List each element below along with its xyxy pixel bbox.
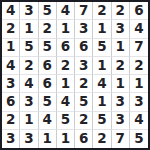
cell-r7c2[interactable]: 1 bbox=[20, 112, 38, 130]
cell-r5c4[interactable]: 1 bbox=[57, 75, 75, 93]
cell-r7c4[interactable]: 5 bbox=[57, 112, 75, 130]
cell-r4c6[interactable]: 1 bbox=[93, 57, 111, 75]
cell-r6c7[interactable]: 3 bbox=[112, 93, 130, 111]
cell-r2c7[interactable]: 3 bbox=[112, 20, 130, 38]
cell-r7c6[interactable]: 5 bbox=[93, 112, 111, 130]
cell-r1c3[interactable]: 5 bbox=[39, 2, 57, 20]
cell-r2c3[interactable]: 2 bbox=[39, 20, 57, 38]
cell-r5c6[interactable]: 4 bbox=[93, 75, 111, 93]
cell-r1c4[interactable]: 4 bbox=[57, 2, 75, 20]
cell-r4c4[interactable]: 2 bbox=[57, 57, 75, 75]
cell-r6c2[interactable]: 3 bbox=[20, 93, 38, 111]
cell-r1c6[interactable]: 2 bbox=[93, 2, 111, 20]
cell-r8c2[interactable]: 3 bbox=[20, 130, 38, 148]
cell-r6c1[interactable]: 6 bbox=[2, 93, 20, 111]
cell-r4c5[interactable]: 3 bbox=[75, 57, 93, 75]
cell-r5c3[interactable]: 6 bbox=[39, 75, 57, 93]
cell-r2c2[interactable]: 1 bbox=[20, 20, 38, 38]
cell-r5c8[interactable]: 1 bbox=[130, 75, 148, 93]
cell-r8c8[interactable]: 5 bbox=[130, 130, 148, 148]
cell-r5c7[interactable]: 1 bbox=[112, 75, 130, 93]
cell-r7c1[interactable]: 2 bbox=[2, 112, 20, 130]
cell-r8c6[interactable]: 2 bbox=[93, 130, 111, 148]
cell-r2c6[interactable]: 1 bbox=[93, 20, 111, 38]
cell-r2c8[interactable]: 4 bbox=[130, 20, 148, 38]
cell-r7c3[interactable]: 4 bbox=[39, 112, 57, 130]
cell-r1c1[interactable]: 4 bbox=[2, 2, 20, 20]
cell-r3c4[interactable]: 6 bbox=[57, 39, 75, 57]
cell-r3c2[interactable]: 5 bbox=[20, 39, 38, 57]
cell-r4c2[interactable]: 2 bbox=[20, 57, 38, 75]
cell-r3c3[interactable]: 5 bbox=[39, 39, 57, 57]
cell-r1c7[interactable]: 2 bbox=[112, 2, 130, 20]
cell-r1c8[interactable]: 6 bbox=[130, 2, 148, 20]
cell-r7c7[interactable]: 3 bbox=[112, 112, 130, 130]
cell-r3c6[interactable]: 5 bbox=[93, 39, 111, 57]
cell-r3c5[interactable]: 6 bbox=[75, 39, 93, 57]
cell-r8c4[interactable]: 1 bbox=[57, 130, 75, 148]
cell-r4c1[interactable]: 4 bbox=[2, 57, 20, 75]
cell-r2c4[interactable]: 1 bbox=[57, 20, 75, 38]
cell-r3c8[interactable]: 7 bbox=[130, 39, 148, 57]
cell-r3c1[interactable]: 1 bbox=[2, 39, 20, 57]
cell-r3c7[interactable]: 1 bbox=[112, 39, 130, 57]
cell-r7c5[interactable]: 2 bbox=[75, 112, 93, 130]
cell-r4c8[interactable]: 2 bbox=[130, 57, 148, 75]
cell-r8c5[interactable]: 6 bbox=[75, 130, 93, 148]
cell-r4c3[interactable]: 6 bbox=[39, 57, 57, 75]
cell-r2c1[interactable]: 2 bbox=[2, 20, 20, 38]
cell-r1c2[interactable]: 3 bbox=[20, 2, 38, 20]
cell-r6c6[interactable]: 1 bbox=[93, 93, 111, 111]
cell-r6c4[interactable]: 4 bbox=[57, 93, 75, 111]
cell-r6c8[interactable]: 3 bbox=[130, 93, 148, 111]
cell-r5c1[interactable]: 3 bbox=[2, 75, 20, 93]
cell-r8c3[interactable]: 1 bbox=[39, 130, 57, 148]
cell-r7c8[interactable]: 4 bbox=[130, 112, 148, 130]
cell-r8c1[interactable]: 3 bbox=[2, 130, 20, 148]
cell-r6c5[interactable]: 5 bbox=[75, 93, 93, 111]
cell-r5c5[interactable]: 2 bbox=[75, 75, 93, 93]
cell-r4c7[interactable]: 2 bbox=[112, 57, 130, 75]
cell-r1c5[interactable]: 7 bbox=[75, 2, 93, 20]
cell-r2c5[interactable]: 3 bbox=[75, 20, 93, 38]
cell-r8c7[interactable]: 7 bbox=[112, 130, 130, 148]
cell-r5c2[interactable]: 4 bbox=[20, 75, 38, 93]
hitori-board: 4354722621213134155665174262312234612411… bbox=[0, 0, 150, 150]
cell-r6c3[interactable]: 5 bbox=[39, 93, 57, 111]
